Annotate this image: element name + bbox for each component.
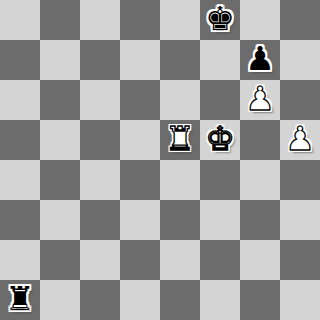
square-a3[interactable] [0, 200, 40, 240]
square-b7[interactable] [40, 40, 80, 80]
square-e7[interactable] [160, 40, 200, 80]
square-g6[interactable]: ♟ [240, 80, 280, 120]
white-pawn[interactable]: ♟ [240, 79, 280, 119]
square-a6[interactable] [0, 80, 40, 120]
square-b1[interactable] [40, 280, 80, 320]
square-c1[interactable] [80, 280, 120, 320]
square-a4[interactable] [0, 160, 40, 200]
square-b4[interactable] [40, 160, 80, 200]
square-e5[interactable]: ♜ [160, 120, 200, 160]
square-b2[interactable] [40, 240, 80, 280]
square-b8[interactable] [40, 0, 80, 40]
square-f6[interactable] [200, 80, 240, 120]
square-f3[interactable] [200, 200, 240, 240]
square-h4[interactable] [280, 160, 320, 200]
square-c7[interactable] [80, 40, 120, 80]
square-f1[interactable] [200, 280, 240, 320]
square-b6[interactable] [40, 80, 80, 120]
square-f8[interactable]: ♚ [200, 0, 240, 40]
square-a8[interactable] [0, 0, 40, 40]
square-d7[interactable] [120, 40, 160, 80]
square-b3[interactable] [40, 200, 80, 240]
square-a1[interactable]: ♜ [0, 280, 40, 320]
square-f7[interactable] [200, 40, 240, 80]
square-f5[interactable]: ♚ [200, 120, 240, 160]
square-h1[interactable] [280, 280, 320, 320]
square-c2[interactable] [80, 240, 120, 280]
square-g2[interactable] [240, 240, 280, 280]
square-g8[interactable] [240, 0, 280, 40]
square-d6[interactable] [120, 80, 160, 120]
square-c4[interactable] [80, 160, 120, 200]
square-e4[interactable] [160, 160, 200, 200]
square-e3[interactable] [160, 200, 200, 240]
square-e2[interactable] [160, 240, 200, 280]
square-d1[interactable] [120, 280, 160, 320]
white-king[interactable]: ♚ [200, 119, 240, 159]
square-e1[interactable] [160, 280, 200, 320]
square-b5[interactable] [40, 120, 80, 160]
square-a7[interactable] [0, 40, 40, 80]
square-h3[interactable] [280, 200, 320, 240]
square-d5[interactable] [120, 120, 160, 160]
square-a2[interactable] [0, 240, 40, 280]
square-h8[interactable] [280, 0, 320, 40]
square-g5[interactable] [240, 120, 280, 160]
white-pawn[interactable]: ♟ [280, 119, 320, 159]
square-e6[interactable] [160, 80, 200, 120]
square-g1[interactable] [240, 280, 280, 320]
white-rook[interactable]: ♜ [160, 119, 200, 159]
black-king[interactable]: ♚ [200, 0, 240, 39]
square-c6[interactable] [80, 80, 120, 120]
square-d2[interactable] [120, 240, 160, 280]
square-f4[interactable] [200, 160, 240, 200]
square-h6[interactable] [280, 80, 320, 120]
square-h7[interactable] [280, 40, 320, 80]
square-g7[interactable]: ♟ [240, 40, 280, 80]
square-c3[interactable] [80, 200, 120, 240]
square-e8[interactable] [160, 0, 200, 40]
black-rook[interactable]: ♜ [0, 279, 40, 319]
square-d8[interactable] [120, 0, 160, 40]
square-c8[interactable] [80, 0, 120, 40]
square-g4[interactable] [240, 160, 280, 200]
square-g3[interactable] [240, 200, 280, 240]
square-d4[interactable] [120, 160, 160, 200]
square-h2[interactable] [280, 240, 320, 280]
square-h5[interactable]: ♟ [280, 120, 320, 160]
square-a5[interactable] [0, 120, 40, 160]
square-d3[interactable] [120, 200, 160, 240]
square-f2[interactable] [200, 240, 240, 280]
square-c5[interactable] [80, 120, 120, 160]
black-pawn[interactable]: ♟ [240, 39, 280, 79]
chess-board: ♚♟♟♜♚♟♜ [0, 0, 320, 320]
